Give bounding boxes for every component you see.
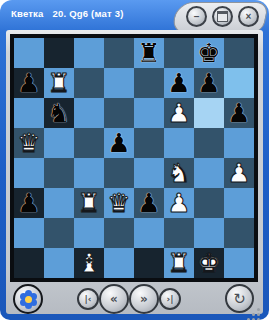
white-queen-a5: ♛ (17, 128, 40, 158)
square-e1[interactable] (134, 248, 164, 278)
square-c2[interactable] (74, 218, 104, 248)
square-g6[interactable] (194, 98, 224, 128)
square-f6[interactable]: ♟ (164, 98, 194, 128)
go-to-end-button[interactable]: ›| (159, 288, 181, 310)
square-a8[interactable] (14, 38, 44, 68)
square-h7[interactable] (224, 68, 254, 98)
square-h5[interactable] (224, 128, 254, 158)
board-frame: ♜♚♟♜♟♟♞♟♟♛♟♞♟♟♜♛♟♟♝♜♚ (10, 34, 258, 282)
square-e7[interactable] (134, 68, 164, 98)
black-pawn-a3: ♟ (17, 188, 40, 218)
square-g2[interactable] (194, 218, 224, 248)
square-a5[interactable]: ♛ (14, 128, 44, 158)
square-b4[interactable] (44, 158, 74, 188)
square-c3[interactable]: ♜ (74, 188, 104, 218)
square-b8[interactable] (44, 38, 74, 68)
window-title: Кветка20. Qg6 (мат 3) (11, 8, 124, 19)
square-c6[interactable] (74, 98, 104, 128)
square-d2[interactable] (104, 218, 134, 248)
go-to-start-button[interactable]: |‹ (77, 288, 99, 310)
square-f3[interactable]: ♟ (164, 188, 194, 218)
rotate-board-button[interactable]: ↻ (225, 284, 254, 313)
square-b5[interactable] (44, 128, 74, 158)
square-a3[interactable]: ♟ (14, 188, 44, 218)
square-g1[interactable]: ♚ (194, 248, 224, 278)
current-move-label: 20. Qg6 (мат 3) (53, 8, 124, 19)
square-f5[interactable] (164, 128, 194, 158)
square-b2[interactable] (44, 218, 74, 248)
white-pawn-h4: ♟ (227, 158, 250, 188)
square-g4[interactable] (194, 158, 224, 188)
black-knight-b6: ♞ (47, 98, 70, 128)
black-pawn-d5: ♟ (107, 128, 130, 158)
square-e6[interactable] (134, 98, 164, 128)
square-f4[interactable]: ♞ (164, 158, 194, 188)
navigation-buttons: |‹ « » ›| (77, 283, 181, 315)
square-c1[interactable]: ♝ (74, 248, 104, 278)
square-d8[interactable] (104, 38, 134, 68)
square-a6[interactable] (14, 98, 44, 128)
square-f8[interactable] (164, 38, 194, 68)
black-pawn-g7: ♟ (197, 68, 220, 98)
square-a1[interactable] (14, 248, 44, 278)
white-rook-f1: ♜ (167, 248, 190, 278)
close-button[interactable]: × (238, 6, 259, 27)
step-forward-button[interactable]: » (129, 284, 159, 314)
square-h4[interactable]: ♟ (224, 158, 254, 188)
square-d4[interactable] (104, 158, 134, 188)
white-rook-b7: ♜ (47, 68, 70, 98)
square-h3[interactable] (224, 188, 254, 218)
square-g3[interactable] (194, 188, 224, 218)
square-d3[interactable]: ♛ (104, 188, 134, 218)
square-h8[interactable] (224, 38, 254, 68)
square-f7[interactable]: ♟ (164, 68, 194, 98)
square-d1[interactable] (104, 248, 134, 278)
step-back-button[interactable]: « (99, 284, 129, 314)
white-bishop-c1: ♝ (77, 248, 100, 278)
white-king-g1: ♚ (197, 248, 220, 278)
square-c8[interactable] (74, 38, 104, 68)
white-pawn-f6: ♟ (167, 98, 190, 128)
white-knight-f4: ♞ (167, 158, 190, 188)
square-b7[interactable]: ♜ (44, 68, 74, 98)
white-pawn-f3: ♟ (167, 188, 190, 218)
square-g5[interactable] (194, 128, 224, 158)
window-icon (217, 11, 228, 22)
flower-icon (25, 296, 32, 303)
white-rook-c3: ♜ (77, 188, 100, 218)
square-e5[interactable] (134, 128, 164, 158)
square-h6[interactable]: ♟ (224, 98, 254, 128)
square-g8[interactable]: ♚ (194, 38, 224, 68)
square-e8[interactable]: ♜ (134, 38, 164, 68)
square-g7[interactable]: ♟ (194, 68, 224, 98)
square-a2[interactable] (14, 218, 44, 248)
square-e4[interactable] (134, 158, 164, 188)
square-b1[interactable] (44, 248, 74, 278)
square-b6[interactable]: ♞ (44, 98, 74, 128)
kvetka-flower-logo-button[interactable] (13, 284, 43, 314)
app-name: Кветка (11, 8, 44, 19)
square-f2[interactable] (164, 218, 194, 248)
black-pawn-e3: ♟ (137, 188, 160, 218)
square-a7[interactable]: ♟ (14, 68, 44, 98)
square-a4[interactable] (14, 158, 44, 188)
square-e2[interactable] (134, 218, 164, 248)
minimize-button[interactable]: – (186, 6, 207, 27)
square-c5[interactable] (74, 128, 104, 158)
square-b3[interactable] (44, 188, 74, 218)
black-pawn-h6: ♟ (227, 98, 250, 128)
square-h2[interactable] (224, 218, 254, 248)
kvetka-window: Кветка20. Qg6 (мат 3) – × ♜♚♟♜♟♟♞♟♟♛♟♞♟♟… (0, 0, 269, 320)
resize-grip[interactable] (257, 308, 260, 311)
square-f1[interactable]: ♜ (164, 248, 194, 278)
rotate-icon: ↻ (233, 290, 246, 308)
white-queen-d3: ♛ (107, 188, 130, 218)
chess-board[interactable]: ♜♚♟♜♟♟♞♟♟♛♟♞♟♟♜♛♟♟♝♜♚ (14, 38, 254, 278)
square-d7[interactable] (104, 68, 134, 98)
square-h1[interactable] (224, 248, 254, 278)
black-pawn-f7: ♟ (167, 68, 190, 98)
square-c7[interactable] (74, 68, 104, 98)
black-rook-e8: ♜ (137, 38, 160, 68)
square-c4[interactable] (74, 158, 104, 188)
square-d5[interactable]: ♟ (104, 128, 134, 158)
square-d6[interactable] (104, 98, 134, 128)
square-e3[interactable]: ♟ (134, 188, 164, 218)
black-king-g8: ♚ (197, 38, 220, 68)
black-pawn-a7: ♟ (17, 68, 40, 98)
maximize-button[interactable] (212, 6, 233, 27)
